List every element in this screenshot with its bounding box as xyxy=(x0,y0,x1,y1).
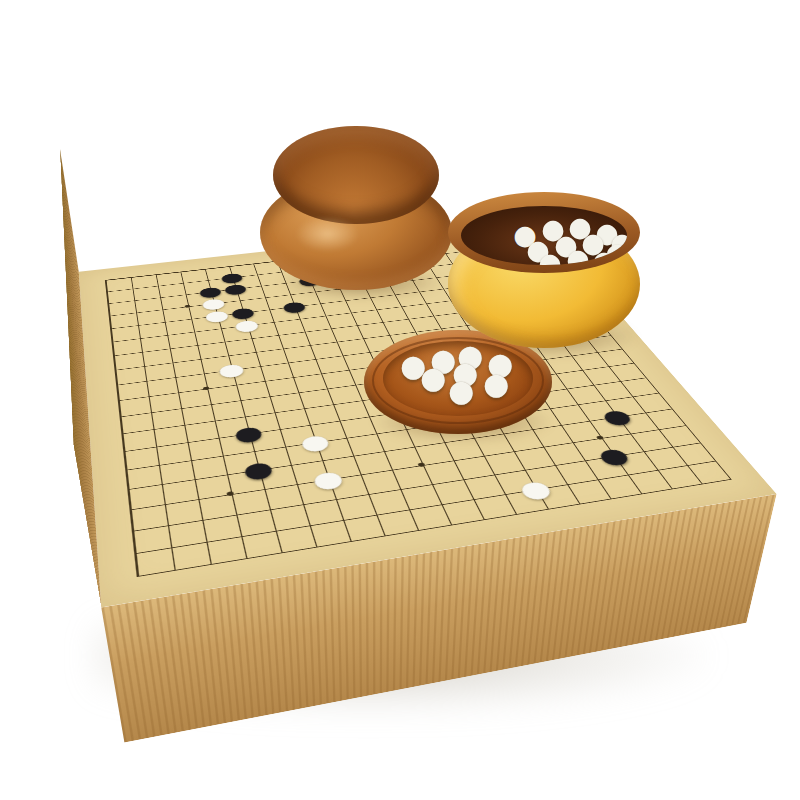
hoshi-point xyxy=(402,453,442,476)
open-go-bowl: ●●●●●●●●●●●● xyxy=(448,192,640,348)
white-go-stone: ● xyxy=(231,317,261,333)
hoshi-point xyxy=(190,379,223,398)
black-go-stone: ● xyxy=(239,458,276,482)
closed-bowl-highlight xyxy=(295,216,360,252)
black-go-stone: ● xyxy=(231,423,266,445)
white-go-stone: ● xyxy=(215,361,247,379)
closed-go-bowl xyxy=(260,126,452,290)
black-go-stone: ● xyxy=(592,444,634,467)
white-stone-in-bowl: ● xyxy=(536,252,563,265)
black-go-stone: ● xyxy=(596,406,636,427)
white-stone-on-dish: ● xyxy=(481,371,511,397)
open-bowl-cavity: ●●●●●●●●●●●● xyxy=(461,206,626,265)
white-go-stone: ● xyxy=(296,431,333,453)
hoshi-point xyxy=(173,299,202,314)
closed-bowl-lid xyxy=(273,126,438,224)
black-go-stone: ● xyxy=(279,299,309,314)
hoshi-point xyxy=(580,427,621,449)
white-stone-on-dish: ● xyxy=(418,365,448,391)
hoshi-point xyxy=(212,481,250,506)
black-go-stone: ● xyxy=(221,281,250,295)
white-go-stone: ● xyxy=(202,308,231,324)
white-stone-on-dish: ● xyxy=(446,378,476,404)
white-go-stone: ● xyxy=(513,477,556,502)
white-go-stone: ● xyxy=(308,467,347,491)
